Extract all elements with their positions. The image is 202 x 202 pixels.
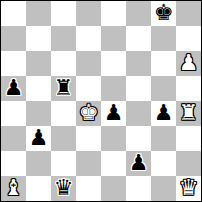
square-e3[interactable]: [101, 126, 126, 151]
black-pawn-piece: ♟: [29, 126, 49, 150]
black-pawn-piece: ♟: [129, 151, 149, 175]
square-b2[interactable]: [26, 151, 51, 176]
square-c4[interactable]: [51, 101, 76, 126]
square-b3[interactable]: ♟: [26, 126, 51, 151]
square-f6[interactable]: [126, 51, 151, 76]
square-b6[interactable]: [26, 51, 51, 76]
square-h7[interactable]: [176, 26, 201, 51]
square-f2[interactable]: ♟: [126, 151, 151, 176]
square-d3[interactable]: [76, 126, 101, 151]
square-c1[interactable]: ♛: [51, 176, 76, 201]
square-f7[interactable]: [126, 26, 151, 51]
square-h5[interactable]: [176, 76, 201, 101]
square-g5[interactable]: [151, 76, 176, 101]
square-h3[interactable]: [176, 126, 201, 151]
square-b5[interactable]: [26, 76, 51, 101]
square-e8[interactable]: [101, 1, 126, 26]
square-a4[interactable]: [1, 101, 26, 126]
square-h4[interactable]: ♜: [176, 101, 201, 126]
square-c2[interactable]: [51, 151, 76, 176]
square-b8[interactable]: [26, 1, 51, 26]
square-d5[interactable]: [76, 76, 101, 101]
black-pawn-piece: ♟: [154, 101, 174, 125]
square-e2[interactable]: [101, 151, 126, 176]
square-h8[interactable]: [176, 1, 201, 26]
square-f8[interactable]: [126, 1, 151, 26]
white-rook-piece: ♜: [179, 101, 199, 125]
square-c8[interactable]: [51, 1, 76, 26]
square-h6[interactable]: ♟: [176, 51, 201, 76]
square-a5[interactable]: ♟: [1, 76, 26, 101]
square-e7[interactable]: [101, 26, 126, 51]
square-f1[interactable]: [126, 176, 151, 201]
square-g2[interactable]: [151, 151, 176, 176]
square-h1[interactable]: ♛: [176, 176, 201, 201]
white-king-piece: ♚: [79, 101, 99, 125]
square-g1[interactable]: [151, 176, 176, 201]
square-a6[interactable]: [1, 51, 26, 76]
square-d7[interactable]: [76, 26, 101, 51]
square-d2[interactable]: [76, 151, 101, 176]
square-g6[interactable]: [151, 51, 176, 76]
black-pawn-piece: ♟: [4, 76, 24, 100]
square-a3[interactable]: [1, 126, 26, 151]
square-b7[interactable]: [26, 26, 51, 51]
white-pawn-piece: ♟: [179, 51, 199, 75]
black-queen-piece: ♛: [54, 176, 74, 200]
square-c6[interactable]: [51, 51, 76, 76]
square-a8[interactable]: [1, 1, 26, 26]
square-c3[interactable]: [51, 126, 76, 151]
square-d1[interactable]: [76, 176, 101, 201]
black-king-piece: ♚: [154, 1, 174, 25]
square-b4[interactable]: [26, 101, 51, 126]
white-bishop-piece: ♝: [4, 176, 24, 200]
square-e5[interactable]: [101, 76, 126, 101]
square-b1[interactable]: [26, 176, 51, 201]
square-c5[interactable]: ♜: [51, 76, 76, 101]
chess-board: ♚♟♟♜♚♟♟♜♟♟♝♛♛: [0, 0, 202, 202]
square-g3[interactable]: [151, 126, 176, 151]
white-queen-piece: ♛: [179, 176, 199, 200]
square-c7[interactable]: [51, 26, 76, 51]
square-a1[interactable]: ♝: [1, 176, 26, 201]
square-g4[interactable]: ♟: [151, 101, 176, 126]
square-h2[interactable]: [176, 151, 201, 176]
square-d8[interactable]: [76, 1, 101, 26]
square-a2[interactable]: [1, 151, 26, 176]
square-g8[interactable]: ♚: [151, 1, 176, 26]
square-g7[interactable]: [151, 26, 176, 51]
square-e4[interactable]: ♟: [101, 101, 126, 126]
square-e6[interactable]: [101, 51, 126, 76]
black-rook-piece: ♜: [54, 76, 74, 100]
square-a7[interactable]: [1, 26, 26, 51]
square-f3[interactable]: [126, 126, 151, 151]
black-pawn-piece: ♟: [104, 101, 124, 125]
square-f5[interactable]: [126, 76, 151, 101]
chess-diagram: ♚♟♟♜♚♟♟♜♟♟♝♛♛: [0, 0, 202, 202]
square-e1[interactable]: [101, 176, 126, 201]
square-d4[interactable]: ♚: [76, 101, 101, 126]
square-d6[interactable]: [76, 51, 101, 76]
square-f4[interactable]: [126, 101, 151, 126]
